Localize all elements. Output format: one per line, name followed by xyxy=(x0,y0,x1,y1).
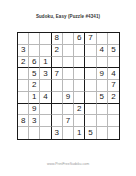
cell-r6c2: 1 xyxy=(29,92,40,104)
cell-r3c6 xyxy=(74,57,85,69)
cell-r9c4: 3 xyxy=(52,127,63,139)
cell-r9c8 xyxy=(97,127,108,139)
cell-r5c7 xyxy=(85,80,96,92)
cell-r7c7 xyxy=(85,104,96,116)
cell-r2c1: 3 xyxy=(18,45,29,57)
cell-r6c5: 9 xyxy=(63,92,74,104)
cell-r6c6 xyxy=(74,92,85,104)
cell-r8c7 xyxy=(85,115,96,127)
footer-url: www.PrintFreeSudoku.com xyxy=(0,162,136,166)
cell-r3c9 xyxy=(108,57,119,69)
sudoku-grid: 867324526153794271495292837315 xyxy=(17,32,120,140)
cell-r8c8 xyxy=(97,115,108,127)
cell-r8c9 xyxy=(108,115,119,127)
cell-r9c6: 1 xyxy=(74,127,85,139)
cell-r5c3 xyxy=(40,80,51,92)
cell-r5c5 xyxy=(63,80,74,92)
cell-r2c7 xyxy=(85,45,96,57)
cell-r1c9 xyxy=(108,33,119,45)
cell-r7c1 xyxy=(18,104,29,116)
cell-r5c9: 7 xyxy=(108,80,119,92)
cell-r6c7 xyxy=(85,92,96,104)
cell-r3c7 xyxy=(85,57,96,69)
cell-r1c4: 8 xyxy=(52,33,63,45)
cell-r4c8: 9 xyxy=(97,68,108,80)
cell-r8c3 xyxy=(40,115,51,127)
cell-r2c9: 5 xyxy=(108,45,119,57)
cell-r3c5 xyxy=(63,57,74,69)
cell-r7c2: 9 xyxy=(29,104,40,116)
cell-r9c5 xyxy=(63,127,74,139)
cell-r2c5 xyxy=(63,45,74,57)
cell-r2c8: 4 xyxy=(97,45,108,57)
cell-r7c4 xyxy=(52,104,63,116)
cell-r9c9 xyxy=(108,127,119,139)
cell-r1c3 xyxy=(40,33,51,45)
cell-r1c2 xyxy=(29,33,40,45)
cell-r5c2: 2 xyxy=(29,80,40,92)
cell-r5c4 xyxy=(52,80,63,92)
cell-r1c5 xyxy=(63,33,74,45)
cell-r1c7: 7 xyxy=(85,33,96,45)
cell-r4c7 xyxy=(85,68,96,80)
cell-r6c1 xyxy=(18,92,29,104)
cell-r7c8 xyxy=(97,104,108,116)
cell-r2c4: 2 xyxy=(52,45,63,57)
cell-r3c8 xyxy=(97,57,108,69)
cell-r2c3 xyxy=(40,45,51,57)
cell-r1c1 xyxy=(18,33,29,45)
cell-r2c2 xyxy=(29,45,40,57)
cell-r7c3 xyxy=(40,104,51,116)
cell-r9c1 xyxy=(18,127,29,139)
cell-r4c9: 4 xyxy=(108,68,119,80)
cell-r7c9 xyxy=(108,104,119,116)
cell-r7c6: 2 xyxy=(74,104,85,116)
cell-r8c1: 8 xyxy=(18,115,29,127)
cell-r1c8 xyxy=(97,33,108,45)
cell-r9c3 xyxy=(40,127,51,139)
cell-r4c6 xyxy=(74,68,85,80)
cell-r3c4 xyxy=(52,57,63,69)
printable-sudoku-page: { "page": { "title": "Sudoku, Easy (Puzz… xyxy=(0,0,136,176)
cell-r3c2: 6 xyxy=(29,57,40,69)
cell-r5c8 xyxy=(97,80,108,92)
cell-r5c6 xyxy=(74,80,85,92)
cell-r6c3: 4 xyxy=(40,92,51,104)
cell-r1c6: 6 xyxy=(74,33,85,45)
cell-r6c9: 2 xyxy=(108,92,119,104)
cell-r6c8: 5 xyxy=(97,92,108,104)
cell-r3c1: 2 xyxy=(18,57,29,69)
cell-r9c2 xyxy=(29,127,40,139)
cell-r4c1 xyxy=(18,68,29,80)
cell-r8c6 xyxy=(74,115,85,127)
cell-r3c3: 1 xyxy=(40,57,51,69)
cell-r8c2: 3 xyxy=(29,115,40,127)
page-title: Sudoku, Easy (Puzzle #4341) xyxy=(0,14,136,19)
cell-r6c4 xyxy=(52,92,63,104)
cell-r7c5 xyxy=(63,104,74,116)
cell-r5c1 xyxy=(18,80,29,92)
cell-r4c2: 5 xyxy=(29,68,40,80)
cell-r8c5: 7 xyxy=(63,115,74,127)
cell-r4c3: 3 xyxy=(40,68,51,80)
cell-r4c4: 7 xyxy=(52,68,63,80)
cell-r8c4 xyxy=(52,115,63,127)
cell-r2c6 xyxy=(74,45,85,57)
cell-r4c5 xyxy=(63,68,74,80)
cell-r9c7: 5 xyxy=(85,127,96,139)
